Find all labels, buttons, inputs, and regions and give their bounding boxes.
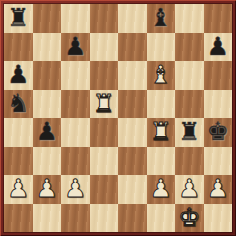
square-c8[interactable] bbox=[61, 4, 90, 33]
square-f2[interactable]: ♟ bbox=[147, 175, 176, 204]
piece-black-pawn-c7[interactable]: ♟ bbox=[64, 33, 86, 62]
piece-black-rook-a8[interactable]: ♜ bbox=[7, 4, 29, 33]
square-d4[interactable] bbox=[90, 118, 119, 147]
piece-black-pawn-h7[interactable]: ♟ bbox=[207, 33, 229, 62]
square-g3[interactable] bbox=[175, 147, 204, 176]
square-b3[interactable] bbox=[33, 147, 62, 176]
square-b2[interactable]: ♟ bbox=[33, 175, 62, 204]
piece-black-rook-g4[interactable]: ♜ bbox=[178, 118, 200, 147]
square-d6[interactable] bbox=[90, 61, 119, 90]
square-b4[interactable]: ♟ bbox=[33, 118, 62, 147]
square-f4[interactable]: ♜ bbox=[147, 118, 176, 147]
square-f8[interactable]: ♝ bbox=[147, 4, 176, 33]
square-f6[interactable]: ♝ bbox=[147, 61, 176, 90]
square-a6[interactable]: ♟ bbox=[4, 61, 33, 90]
square-a3[interactable] bbox=[4, 147, 33, 176]
piece-white-rook-f4[interactable]: ♜ bbox=[150, 118, 172, 147]
chess-board: ♜♝♟♟♟♝♞♜♟♜♜♚♟♟♟♟♟♟♚ bbox=[4, 4, 232, 232]
square-e7[interactable] bbox=[118, 33, 147, 62]
square-h2[interactable]: ♟ bbox=[204, 175, 233, 204]
square-f5[interactable] bbox=[147, 90, 176, 119]
square-a7[interactable] bbox=[4, 33, 33, 62]
square-f7[interactable] bbox=[147, 33, 176, 62]
square-d8[interactable] bbox=[90, 4, 119, 33]
square-a4[interactable] bbox=[4, 118, 33, 147]
square-f1[interactable] bbox=[147, 204, 176, 233]
square-d3[interactable] bbox=[90, 147, 119, 176]
piece-white-bishop-f6[interactable]: ♝ bbox=[150, 61, 172, 90]
piece-white-rook-d5[interactable]: ♜ bbox=[93, 90, 115, 119]
square-d1[interactable] bbox=[90, 204, 119, 233]
square-c2[interactable]: ♟ bbox=[61, 175, 90, 204]
square-a5[interactable]: ♞ bbox=[4, 90, 33, 119]
piece-black-pawn-a6[interactable]: ♟ bbox=[7, 61, 29, 90]
square-h6[interactable] bbox=[204, 61, 233, 90]
square-c7[interactable]: ♟ bbox=[61, 33, 90, 62]
piece-white-king-g1[interactable]: ♚ bbox=[178, 204, 200, 233]
square-b8[interactable] bbox=[33, 4, 62, 33]
square-g4[interactable]: ♜ bbox=[175, 118, 204, 147]
board-frame: ♜♝♟♟♟♝♞♜♟♜♜♚♟♟♟♟♟♟♚ bbox=[0, 0, 236, 236]
square-b6[interactable] bbox=[33, 61, 62, 90]
piece-black-knight-a5[interactable]: ♞ bbox=[7, 90, 29, 119]
square-e3[interactable] bbox=[118, 147, 147, 176]
square-e1[interactable] bbox=[118, 204, 147, 233]
square-h3[interactable] bbox=[204, 147, 233, 176]
square-c3[interactable] bbox=[61, 147, 90, 176]
square-f3[interactable] bbox=[147, 147, 176, 176]
square-e4[interactable] bbox=[118, 118, 147, 147]
piece-white-pawn-f2[interactable]: ♟ bbox=[150, 175, 172, 204]
square-c4[interactable] bbox=[61, 118, 90, 147]
square-h8[interactable] bbox=[204, 4, 233, 33]
square-h1[interactable] bbox=[204, 204, 233, 233]
square-c6[interactable] bbox=[61, 61, 90, 90]
piece-white-pawn-b2[interactable]: ♟ bbox=[36, 175, 58, 204]
square-g6[interactable] bbox=[175, 61, 204, 90]
square-g7[interactable] bbox=[175, 33, 204, 62]
square-e8[interactable] bbox=[118, 4, 147, 33]
square-d7[interactable] bbox=[90, 33, 119, 62]
square-d5[interactable]: ♜ bbox=[90, 90, 119, 119]
square-h7[interactable]: ♟ bbox=[204, 33, 233, 62]
square-g5[interactable] bbox=[175, 90, 204, 119]
piece-black-king-h4[interactable]: ♚ bbox=[207, 118, 229, 147]
square-c5[interactable] bbox=[61, 90, 90, 119]
square-a8[interactable]: ♜ bbox=[4, 4, 33, 33]
square-g2[interactable]: ♟ bbox=[175, 175, 204, 204]
square-b5[interactable] bbox=[33, 90, 62, 119]
piece-white-pawn-c2[interactable]: ♟ bbox=[64, 175, 86, 204]
square-h4[interactable]: ♚ bbox=[204, 118, 233, 147]
square-c1[interactable] bbox=[61, 204, 90, 233]
piece-black-bishop-f8[interactable]: ♝ bbox=[150, 4, 172, 33]
square-b1[interactable] bbox=[33, 204, 62, 233]
piece-white-pawn-a2[interactable]: ♟ bbox=[7, 175, 29, 204]
piece-white-pawn-g2[interactable]: ♟ bbox=[178, 175, 200, 204]
square-h5[interactable] bbox=[204, 90, 233, 119]
square-a1[interactable] bbox=[4, 204, 33, 233]
square-g1[interactable]: ♚ bbox=[175, 204, 204, 233]
square-e2[interactable] bbox=[118, 175, 147, 204]
piece-white-pawn-h2[interactable]: ♟ bbox=[207, 175, 229, 204]
square-d2[interactable] bbox=[90, 175, 119, 204]
square-g8[interactable] bbox=[175, 4, 204, 33]
piece-black-pawn-b4[interactable]: ♟ bbox=[36, 118, 58, 147]
square-e6[interactable] bbox=[118, 61, 147, 90]
square-b7[interactable] bbox=[33, 33, 62, 62]
square-a2[interactable]: ♟ bbox=[4, 175, 33, 204]
square-e5[interactable] bbox=[118, 90, 147, 119]
